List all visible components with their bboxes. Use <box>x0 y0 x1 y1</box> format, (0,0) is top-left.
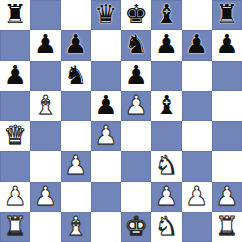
black-knight-piece[interactable]: ♞ <box>124 31 147 57</box>
square-b5[interactable]: ♝ <box>30 91 60 121</box>
square-a7[interactable] <box>0 30 30 60</box>
square-g4[interactable] <box>182 121 212 151</box>
square-f6[interactable] <box>151 61 181 91</box>
square-d5[interactable]: ♟ <box>91 91 121 121</box>
square-a2[interactable]: ♟ <box>0 182 30 212</box>
square-e2[interactable] <box>121 182 151 212</box>
black-bishop-piece[interactable]: ♝ <box>155 92 178 118</box>
white-pawn-piece[interactable]: ♟ <box>34 183 57 209</box>
black-pawn-piece[interactable]: ♟ <box>3 62 26 88</box>
square-d2[interactable] <box>91 182 121 212</box>
square-h6[interactable] <box>212 61 242 91</box>
square-c6[interactable]: ♞ <box>61 61 91 91</box>
white-pawn-piece[interactable]: ♟ <box>94 122 117 148</box>
square-c7[interactable]: ♟ <box>61 30 91 60</box>
square-b4[interactable] <box>30 121 60 151</box>
square-h2[interactable]: ♟ <box>212 182 242 212</box>
black-knight-piece[interactable]: ♞ <box>64 62 87 88</box>
square-h7[interactable]: ♟ <box>212 30 242 60</box>
chess-board: ♜♛♚♝♜♟♟♞♟♟♟♟♞♟♝♟♟♝♛♟♟♞♟♟♟♟♟♜♝♚♞♜ <box>0 0 242 242</box>
white-pawn-piece[interactable]: ♟ <box>155 183 178 209</box>
square-c1[interactable]: ♝ <box>61 212 91 242</box>
square-f4[interactable] <box>151 121 181 151</box>
square-c4[interactable] <box>61 121 91 151</box>
square-g5[interactable] <box>182 91 212 121</box>
square-d1[interactable] <box>91 212 121 242</box>
white-king-piece[interactable]: ♚ <box>124 213 147 239</box>
square-d3[interactable] <box>91 151 121 181</box>
square-h8[interactable]: ♜ <box>212 0 242 30</box>
black-pawn-piece[interactable]: ♟ <box>155 31 178 57</box>
white-pawn-piece[interactable]: ♟ <box>124 92 147 118</box>
white-pawn-piece[interactable]: ♟ <box>185 183 208 209</box>
square-e8[interactable]: ♚ <box>121 0 151 30</box>
square-h3[interactable] <box>212 151 242 181</box>
black-pawn-piece[interactable]: ♟ <box>64 31 87 57</box>
square-e5[interactable]: ♟ <box>121 91 151 121</box>
black-bishop-piece[interactable]: ♝ <box>155 1 178 27</box>
square-d4[interactable]: ♟ <box>91 121 121 151</box>
square-c8[interactable] <box>61 0 91 30</box>
square-f7[interactable]: ♟ <box>151 30 181 60</box>
square-g3[interactable] <box>182 151 212 181</box>
black-pawn-piece[interactable]: ♟ <box>124 62 147 88</box>
square-g2[interactable]: ♟ <box>182 182 212 212</box>
square-c3[interactable]: ♟ <box>61 151 91 181</box>
square-b7[interactable]: ♟ <box>30 30 60 60</box>
square-b3[interactable] <box>30 151 60 181</box>
square-a3[interactable] <box>0 151 30 181</box>
square-a8[interactable]: ♜ <box>0 0 30 30</box>
square-f5[interactable]: ♝ <box>151 91 181 121</box>
square-e6[interactable]: ♟ <box>121 61 151 91</box>
square-b6[interactable] <box>30 61 60 91</box>
white-bishop-piece[interactable]: ♝ <box>34 92 57 118</box>
white-knight-piece[interactable]: ♞ <box>155 213 178 239</box>
square-c2[interactable] <box>61 182 91 212</box>
square-b8[interactable] <box>30 0 60 30</box>
square-e7[interactable]: ♞ <box>121 30 151 60</box>
square-g8[interactable] <box>182 0 212 30</box>
white-pawn-piece[interactable]: ♟ <box>3 183 26 209</box>
square-h4[interactable] <box>212 121 242 151</box>
white-pawn-piece[interactable]: ♟ <box>215 183 238 209</box>
white-knight-piece[interactable]: ♞ <box>155 152 178 178</box>
square-h5[interactable] <box>212 91 242 121</box>
black-queen-piece[interactable]: ♛ <box>94 1 117 27</box>
square-e4[interactable] <box>121 121 151 151</box>
square-a1[interactable]: ♜ <box>0 212 30 242</box>
white-rook-piece[interactable]: ♜ <box>3 213 26 239</box>
square-g7[interactable]: ♟ <box>182 30 212 60</box>
square-a6[interactable]: ♟ <box>0 61 30 91</box>
black-pawn-piece[interactable]: ♟ <box>34 31 57 57</box>
square-b2[interactable]: ♟ <box>30 182 60 212</box>
black-pawn-piece[interactable]: ♟ <box>94 92 117 118</box>
square-d7[interactable] <box>91 30 121 60</box>
square-h1[interactable]: ♜ <box>212 212 242 242</box>
square-f3[interactable]: ♞ <box>151 151 181 181</box>
square-b1[interactable] <box>30 212 60 242</box>
square-g1[interactable] <box>182 212 212 242</box>
square-d8[interactable]: ♛ <box>91 0 121 30</box>
white-bishop-piece[interactable]: ♝ <box>64 213 87 239</box>
square-d6[interactable] <box>91 61 121 91</box>
black-king-piece[interactable]: ♚ <box>124 1 147 27</box>
square-e3[interactable] <box>121 151 151 181</box>
black-pawn-piece[interactable]: ♟ <box>215 31 238 57</box>
white-rook-piece[interactable]: ♜ <box>215 213 238 239</box>
square-f8[interactable]: ♝ <box>151 0 181 30</box>
square-e1[interactable]: ♚ <box>121 212 151 242</box>
square-a4[interactable]: ♛ <box>0 121 30 151</box>
black-rook-piece[interactable]: ♜ <box>3 1 26 27</box>
black-rook-piece[interactable]: ♜ <box>215 1 238 27</box>
square-a5[interactable] <box>0 91 30 121</box>
square-f1[interactable]: ♞ <box>151 212 181 242</box>
square-c5[interactable] <box>61 91 91 121</box>
white-queen-piece[interactable]: ♛ <box>3 122 26 148</box>
white-pawn-piece[interactable]: ♟ <box>64 152 87 178</box>
square-f2[interactable]: ♟ <box>151 182 181 212</box>
black-pawn-piece[interactable]: ♟ <box>185 31 208 57</box>
square-g6[interactable] <box>182 61 212 91</box>
